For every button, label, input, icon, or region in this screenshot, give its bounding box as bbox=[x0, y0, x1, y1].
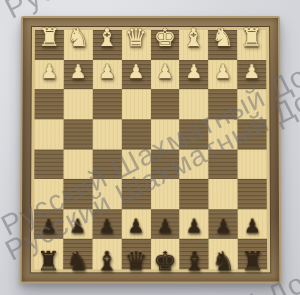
square-b6[interactable] bbox=[63, 179, 92, 209]
square-f4[interactable] bbox=[179, 119, 208, 149]
board-fillet-border: ♜♞♝♛♚♝♞♜♟♟♟♟♟♟♟♟♟♟♟♟♟♟♟♟♜♞♝♛♚♝♞♜ bbox=[31, 27, 270, 272]
piece-black-bishop[interactable]: ♝ bbox=[182, 248, 206, 274]
board-grid: ♜♞♝♛♚♝♞♜♟♟♟♟♟♟♟♟♟♟♟♟♟♟♟♟♜♞♝♛♚♝♞♜ bbox=[34, 30, 267, 269]
piece-black-pawn[interactable]: ♟ bbox=[215, 216, 232, 235]
square-g1[interactable]: ♞ bbox=[208, 30, 237, 60]
square-c7[interactable]: ♟ bbox=[92, 209, 121, 239]
piece-white-pawn[interactable]: ♟ bbox=[41, 62, 58, 81]
square-c2[interactable]: ♟ bbox=[93, 60, 122, 90]
square-b4[interactable] bbox=[63, 119, 92, 149]
square-h4[interactable] bbox=[237, 119, 266, 149]
square-h7[interactable]: ♟ bbox=[238, 209, 267, 239]
piece-black-queen[interactable]: ♛ bbox=[124, 248, 148, 274]
square-h8[interactable]: ♜ bbox=[238, 239, 267, 269]
square-d8[interactable]: ♛ bbox=[121, 239, 150, 269]
square-f2[interactable]: ♟ bbox=[179, 60, 208, 90]
square-e3[interactable] bbox=[151, 89, 180, 119]
piece-white-bishop[interactable]: ♝ bbox=[183, 25, 205, 50]
square-d2[interactable]: ♟ bbox=[122, 60, 151, 90]
piece-white-rook[interactable]: ♜ bbox=[38, 25, 61, 50]
piece-black-bishop[interactable]: ♝ bbox=[95, 248, 119, 274]
square-h1[interactable]: ♜ bbox=[237, 30, 266, 60]
square-c4[interactable] bbox=[92, 119, 121, 149]
square-b2[interactable]: ♟ bbox=[64, 60, 93, 90]
square-b1[interactable]: ♞ bbox=[64, 30, 93, 60]
piece-black-pawn[interactable]: ♟ bbox=[40, 216, 57, 235]
square-e8[interactable]: ♚ bbox=[151, 239, 180, 269]
square-a5[interactable] bbox=[34, 149, 63, 179]
square-e5[interactable] bbox=[151, 149, 180, 179]
photo-background: ♜♞♝♛♚♝♞♜♟♟♟♟♟♟♟♟♟♟♟♟♟♟♟♟♜♞♝♛♚♝♞♜ Русский… bbox=[0, 0, 300, 295]
piece-black-rook[interactable]: ♜ bbox=[37, 248, 61, 274]
piece-black-pawn[interactable]: ♟ bbox=[156, 216, 173, 235]
square-a6[interactable] bbox=[34, 179, 63, 209]
square-h6[interactable] bbox=[238, 179, 267, 209]
square-e2[interactable]: ♟ bbox=[151, 60, 180, 90]
square-e4[interactable] bbox=[151, 119, 180, 149]
square-c6[interactable] bbox=[92, 179, 121, 209]
piece-black-knight[interactable]: ♞ bbox=[66, 248, 90, 274]
square-c5[interactable] bbox=[92, 149, 121, 179]
square-g7[interactable]: ♟ bbox=[209, 209, 238, 239]
piece-white-pawn[interactable]: ♟ bbox=[156, 62, 173, 81]
piece-black-pawn[interactable]: ♟ bbox=[69, 216, 86, 235]
square-b5[interactable] bbox=[63, 149, 92, 179]
square-g5[interactable] bbox=[209, 149, 238, 179]
square-d3[interactable] bbox=[122, 89, 151, 119]
square-g8[interactable]: ♞ bbox=[209, 239, 238, 269]
piece-white-bishop[interactable]: ♝ bbox=[96, 25, 118, 50]
square-g6[interactable] bbox=[209, 179, 238, 209]
piece-black-pawn[interactable]: ♟ bbox=[186, 216, 203, 235]
square-c3[interactable] bbox=[93, 89, 122, 119]
square-h3[interactable] bbox=[237, 89, 266, 119]
piece-white-pawn[interactable]: ♟ bbox=[70, 62, 87, 81]
square-e1[interactable]: ♚ bbox=[151, 30, 180, 60]
square-d7[interactable]: ♟ bbox=[121, 209, 150, 239]
square-f7[interactable]: ♟ bbox=[180, 209, 209, 239]
square-a7[interactable]: ♟ bbox=[34, 209, 63, 239]
piece-white-queen[interactable]: ♛ bbox=[125, 25, 147, 50]
square-d5[interactable] bbox=[121, 149, 150, 179]
square-e7[interactable]: ♟ bbox=[151, 209, 180, 239]
square-g4[interactable] bbox=[208, 119, 237, 149]
piece-black-knight[interactable]: ♞ bbox=[212, 248, 236, 274]
square-h2[interactable]: ♟ bbox=[237, 60, 266, 90]
piece-black-pawn[interactable]: ♟ bbox=[244, 216, 261, 235]
piece-black-pawn[interactable]: ♟ bbox=[127, 216, 144, 235]
piece-white-rook[interactable]: ♜ bbox=[240, 25, 263, 50]
square-f6[interactable] bbox=[180, 179, 209, 209]
square-f5[interactable] bbox=[180, 149, 209, 179]
piece-black-king[interactable]: ♚ bbox=[153, 248, 177, 274]
square-g2[interactable]: ♟ bbox=[208, 60, 237, 90]
chess-board: ♜♞♝♛♚♝♞♜♟♟♟♟♟♟♟♟♟♟♟♟♟♟♟♟♜♞♝♛♚♝♞♜ bbox=[20, 16, 282, 284]
square-f1[interactable]: ♝ bbox=[179, 30, 208, 60]
square-b7[interactable]: ♟ bbox=[63, 209, 92, 239]
square-e6[interactable] bbox=[151, 179, 180, 209]
square-b3[interactable] bbox=[64, 89, 93, 119]
piece-white-pawn[interactable]: ♟ bbox=[185, 62, 202, 81]
square-c1[interactable]: ♝ bbox=[93, 30, 122, 60]
square-f3[interactable] bbox=[179, 89, 208, 119]
square-d4[interactable] bbox=[121, 119, 150, 149]
square-f8[interactable]: ♝ bbox=[180, 239, 209, 269]
square-g3[interactable] bbox=[208, 89, 237, 119]
square-a1[interactable]: ♜ bbox=[35, 30, 64, 60]
piece-black-pawn[interactable]: ♟ bbox=[98, 216, 115, 235]
piece-white-knight[interactable]: ♞ bbox=[211, 25, 234, 50]
piece-white-pawn[interactable]: ♟ bbox=[99, 62, 116, 81]
piece-white-knight[interactable]: ♞ bbox=[67, 25, 90, 50]
square-d6[interactable] bbox=[121, 179, 150, 209]
piece-white-pawn[interactable]: ♟ bbox=[214, 62, 231, 81]
piece-white-pawn[interactable]: ♟ bbox=[127, 62, 144, 81]
piece-white-king[interactable]: ♚ bbox=[154, 25, 176, 50]
piece-white-pawn[interactable]: ♟ bbox=[243, 62, 260, 81]
square-c8[interactable]: ♝ bbox=[92, 239, 121, 269]
square-a4[interactable] bbox=[34, 119, 63, 149]
square-a3[interactable] bbox=[35, 89, 64, 119]
piece-black-rook[interactable]: ♜ bbox=[241, 248, 265, 274]
square-d1[interactable]: ♛ bbox=[122, 30, 151, 60]
square-a8[interactable]: ♜ bbox=[34, 239, 63, 269]
square-h5[interactable] bbox=[238, 149, 267, 179]
square-a2[interactable]: ♟ bbox=[35, 60, 64, 90]
square-b8[interactable]: ♞ bbox=[63, 239, 92, 269]
